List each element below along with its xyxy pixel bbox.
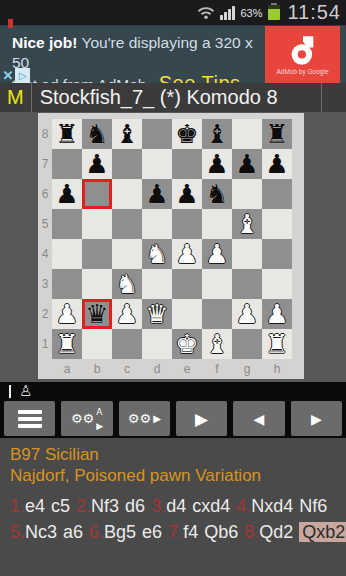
- square-f8[interactable]: ♝: [202, 119, 232, 149]
- square-f3[interactable]: [202, 269, 232, 299]
- ad-close-icon[interactable]: ✕: [1, 68, 15, 83]
- rank-label-6: 6: [38, 179, 52, 209]
- square-b1[interactable]: [82, 329, 112, 359]
- piece-white-rook: ♜: [265, 329, 288, 359]
- square-a7[interactable]: [52, 149, 82, 179]
- square-g3[interactable]: [232, 269, 262, 299]
- board-area: 87654321 ♜♞♝♚♝♜♟♟♟♟♟♟♟♞♝♞♟♟♞♟♛♟♛♟♟♜♚♝♜ a…: [0, 112, 346, 382]
- square-e2[interactable]: [172, 299, 202, 329]
- rank-labels: 87654321: [38, 119, 52, 359]
- square-c7[interactable]: [112, 149, 142, 179]
- square-c2[interactable]: ♟: [112, 299, 142, 329]
- file-label-f: f: [202, 359, 232, 379]
- move-number: 4.: [236, 496, 251, 516]
- square-h6[interactable]: [262, 179, 292, 209]
- square-e6[interactable]: ♟: [172, 179, 202, 209]
- square-g1[interactable]: [232, 329, 262, 359]
- move-token[interactable]: d4: [166, 496, 186, 516]
- move-token[interactable]: f4: [183, 522, 198, 542]
- square-a8[interactable]: ♜: [52, 119, 82, 149]
- move-token[interactable]: Nc3: [25, 522, 57, 542]
- square-d4[interactable]: ♞: [142, 239, 172, 269]
- square-c1[interactable]: [112, 329, 142, 359]
- piece-white-king: ♚: [175, 329, 198, 359]
- admob-test-banner[interactable]: Nice job! You're displaying a 320 x 50 t…: [0, 25, 346, 83]
- square-h4[interactable]: [262, 239, 292, 269]
- move-number: 6.: [89, 522, 104, 542]
- chess-board[interactable]: ♜♞♝♚♝♜♟♟♟♟♟♟♟♞♝♞♟♟♞♟♛♟♛♟♟♜♚♝♜: [52, 119, 292, 359]
- square-f4[interactable]: ♟: [202, 239, 232, 269]
- square-b7[interactable]: ♟: [82, 149, 112, 179]
- move-token[interactable]: Nxd4: [251, 496, 293, 516]
- piece-black-rook: ♜: [55, 119, 78, 149]
- move-token[interactable]: Nf6: [299, 496, 327, 516]
- cursor-bar: [9, 385, 11, 398]
- opening-eco-name: B97 Sicilian: [10, 444, 340, 465]
- square-b4[interactable]: [82, 239, 112, 269]
- move-token[interactable]: e4: [25, 496, 45, 516]
- piece-black-bishop: ♝: [205, 119, 228, 149]
- square-c5[interactable]: [112, 209, 142, 239]
- move-token[interactable]: Bg5: [104, 522, 136, 542]
- play-small-icon: ▶: [153, 413, 161, 424]
- engine-output-strip: ♙: [0, 382, 346, 400]
- rank-label-8: 8: [38, 119, 52, 149]
- piece-white-pawn: ♟: [55, 299, 78, 329]
- square-e1[interactable]: ♚: [172, 329, 202, 359]
- square-d1[interactable]: [142, 329, 172, 359]
- piece-white-pawn: ♟: [175, 239, 198, 269]
- piece-white-bishop: ♝: [235, 209, 258, 239]
- piece-white-pawn: ♟: [205, 239, 228, 269]
- square-d6[interactable]: ♟: [142, 179, 172, 209]
- piece-black-bishop: ♝: [115, 119, 138, 149]
- game-title: Stockfish_7_ (*) Komodo 8: [32, 86, 278, 109]
- square-a3[interactable]: [52, 269, 82, 299]
- move-token[interactable]: Qd2: [259, 522, 293, 542]
- square-a2[interactable]: ♟: [52, 299, 82, 329]
- toolbar: ⚙⚙ A▶ ⚙⚙ ▶ ▶ ◀ ▶: [0, 400, 346, 438]
- ad-message-bold: Nice job!: [12, 34, 77, 51]
- square-h3[interactable]: [262, 269, 292, 299]
- adchoices-icon[interactable]: ▷: [15, 68, 30, 83]
- admob-brand-text: AdMob by Google: [276, 68, 328, 75]
- piece-black-knight: ♞: [85, 119, 108, 149]
- engine-move-button[interactable]: ⚙⚙ ▶: [119, 401, 170, 436]
- piece-black-king: ♚: [175, 119, 198, 149]
- file-label-d: d: [142, 359, 172, 379]
- app-screen: 63% 11:54 Nice job! You're displaying a …: [0, 0, 346, 576]
- square-d2[interactable]: ♛: [142, 299, 172, 329]
- file-label-g: g: [232, 359, 262, 379]
- rank-label-3: 3: [38, 269, 52, 299]
- square-f6[interactable]: ♞: [202, 179, 232, 209]
- piece-black-queen: ♛: [85, 299, 108, 329]
- file-labels: abcdefgh: [52, 359, 292, 379]
- piece-black-pawn: ♟: [205, 149, 228, 179]
- file-label-c: c: [112, 359, 142, 379]
- android-status-bar: 63% 11:54: [0, 0, 346, 25]
- square-b3[interactable]: [82, 269, 112, 299]
- piece-white-knight: ♞: [115, 269, 138, 299]
- square-g2[interactable]: ♟: [232, 299, 262, 329]
- square-a4[interactable]: [52, 239, 82, 269]
- square-g5[interactable]: ♝: [232, 209, 262, 239]
- square-b6[interactable]: [82, 179, 112, 209]
- rank-label-5: 5: [38, 209, 52, 239]
- square-f7[interactable]: ♟: [202, 149, 232, 179]
- back-icon: ◀: [254, 411, 265, 427]
- piece-white-knight: ♞: [145, 239, 168, 269]
- file-label-h: h: [262, 359, 292, 379]
- clock: 11:54: [287, 1, 341, 24]
- square-d7[interactable]: [142, 149, 172, 179]
- square-h5[interactable]: [262, 209, 292, 239]
- square-c6[interactable]: [112, 179, 142, 209]
- rank-label-7: 7: [38, 149, 52, 179]
- square-g6[interactable]: [232, 179, 262, 209]
- move-token[interactable]: e6: [142, 522, 162, 542]
- menu-hamburger-button[interactable]: [4, 401, 55, 436]
- move-token[interactable]: Qb6: [204, 522, 238, 542]
- rank-label-1: 1: [38, 329, 52, 359]
- play-button[interactable]: ▶: [176, 401, 227, 436]
- notation-panel: B97 Sicilian Najdorf, Poisoned pawn Vari…: [0, 438, 346, 576]
- move-number: 8.: [244, 522, 259, 542]
- square-a6[interactable]: ♟: [52, 179, 82, 209]
- square-e3[interactable]: [172, 269, 202, 299]
- move-token[interactable]: d6: [125, 496, 145, 516]
- square-f1[interactable]: ♝: [202, 329, 232, 359]
- rank-label-2: 2: [38, 299, 52, 329]
- square-e7[interactable]: [172, 149, 202, 179]
- move-line: 5.Nc3a66.Bg5e67.f4Qb68.Qd2Qxb2: [10, 519, 340, 545]
- square-e8[interactable]: ♚: [172, 119, 202, 149]
- move-number: 1.: [10, 496, 25, 516]
- square-a5[interactable]: [52, 209, 82, 239]
- title-bar: M Stockfish_7_ (*) Komodo 8: [0, 83, 346, 112]
- gears-icon: ⚙⚙: [128, 413, 151, 425]
- square-b8[interactable]: ♞: [82, 119, 112, 149]
- square-e4[interactable]: ♟: [172, 239, 202, 269]
- square-h8[interactable]: ♜: [262, 119, 292, 149]
- hamburger-icon: [18, 410, 42, 428]
- menu-button[interactable]: M: [0, 86, 31, 109]
- rank-label-4: 4: [38, 239, 52, 269]
- move-token[interactable]: c5: [51, 496, 70, 516]
- square-c8[interactable]: ♝: [112, 119, 142, 149]
- piece-white-queen: ♛: [145, 299, 168, 329]
- opening-variation: Najdorf, Poisoned pawn Variation: [10, 465, 340, 486]
- piece-black-pawn: ♟: [85, 149, 108, 179]
- overlay-mark: [8, 19, 13, 28]
- move-number: 5.: [10, 522, 25, 542]
- engine-auto-play-button[interactable]: ⚙⚙ A▶: [61, 401, 112, 436]
- signal-strength-icon: [220, 5, 235, 20]
- square-f5[interactable]: [202, 209, 232, 239]
- piece-black-pawn: ♟: [175, 179, 198, 209]
- file-label-e: e: [172, 359, 202, 379]
- square-b5[interactable]: [82, 209, 112, 239]
- wifi-icon: [197, 4, 215, 24]
- piece-white-pawn: ♟: [235, 299, 258, 329]
- square-g4[interactable]: [232, 239, 262, 269]
- square-c4[interactable]: [112, 239, 142, 269]
- move-token[interactable]: a6: [63, 522, 83, 542]
- square-c3[interactable]: ♞: [112, 269, 142, 299]
- forward-button[interactable]: ▶: [291, 401, 342, 436]
- forward-icon: ▶: [311, 411, 322, 427]
- piece-black-rook: ♜: [265, 119, 288, 149]
- square-h7[interactable]: ♟: [262, 149, 292, 179]
- title-divider-right: [321, 83, 322, 112]
- square-d8[interactable]: [142, 119, 172, 149]
- square-b2[interactable]: ♛: [82, 299, 112, 329]
- piece-white-pawn: ♟: [265, 299, 288, 329]
- square-f2[interactable]: [202, 299, 232, 329]
- square-h1[interactable]: ♜: [262, 329, 292, 359]
- admob-logo-panel[interactable]: AdMob by Google: [265, 26, 340, 83]
- piece-white-rook: ♜: [55, 329, 78, 359]
- piece-black-pawn: ♟: [145, 179, 168, 209]
- move-number: 2.: [76, 496, 91, 516]
- admob-a-logo: [288, 35, 318, 67]
- move-list: 1.e4c52.Nf3d63.d4cxd44.Nxd4Nf65.Nc3a66.B…: [10, 493, 340, 545]
- square-g7[interactable]: ♟: [232, 149, 262, 179]
- auto-play-badge: A▶: [96, 407, 103, 431]
- square-e5[interactable]: [172, 209, 202, 239]
- piece-black-knight: ♞: [205, 179, 228, 209]
- piece-black-pawn: ♟: [55, 179, 78, 209]
- gears-icon: ⚙⚙: [71, 413, 94, 425]
- file-label-b: b: [82, 359, 112, 379]
- file-label-a: a: [52, 359, 82, 379]
- piece-black-pawn: ♟: [235, 149, 258, 179]
- move-token[interactable]: Qxb2: [299, 522, 346, 542]
- chess-board-panel: 87654321 ♜♞♝♚♝♜♟♟♟♟♟♟♟♞♝♞♟♟♞♟♛♟♛♟♟♜♚♝♜ a…: [38, 113, 304, 379]
- back-button[interactable]: ◀: [233, 401, 284, 436]
- piece-white-bishop: ♝: [205, 329, 228, 359]
- piece-black-pawn: ♟: [265, 149, 288, 179]
- square-g8[interactable]: [232, 119, 262, 149]
- move-line: 1.e4c52.Nf3d63.d4cxd44.Nxd4Nf6: [10, 493, 340, 519]
- play-icon: ▶: [195, 409, 208, 429]
- move-number: 3.: [151, 496, 166, 516]
- square-d5[interactable]: [142, 209, 172, 239]
- move-token[interactable]: cxd4: [192, 496, 230, 516]
- square-a1[interactable]: ♜: [52, 329, 82, 359]
- battery-icon: [268, 5, 280, 20]
- side-to-move-pawn-icon: ♙: [19, 383, 32, 399]
- battery-percent: 63%: [240, 7, 262, 19]
- square-d3[interactable]: [142, 269, 172, 299]
- square-h2[interactable]: ♟: [262, 299, 292, 329]
- move-token[interactable]: Nf3: [91, 496, 119, 516]
- move-number: 7.: [168, 522, 183, 542]
- piece-white-pawn: ♟: [115, 299, 138, 329]
